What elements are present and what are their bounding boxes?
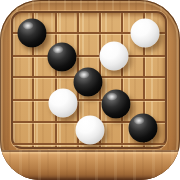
gomoku-app-icon[interactable] <box>0 0 180 180</box>
board-front-edge <box>0 150 180 180</box>
white-stone <box>100 42 129 71</box>
black-stone <box>129 114 158 143</box>
screenshot <box>0 0 180 180</box>
black-stone <box>74 68 103 97</box>
black-stone <box>102 90 131 119</box>
grid-line-horizontal <box>13 99 165 101</box>
white-stone <box>49 89 78 118</box>
white-stone <box>131 19 160 48</box>
black-stone <box>48 43 77 72</box>
grid-line-vertical <box>121 13 123 147</box>
white-stone <box>76 116 105 145</box>
grid-line-horizontal <box>13 55 165 57</box>
black-stone <box>18 19 47 48</box>
grid-line-vertical <box>55 13 57 147</box>
